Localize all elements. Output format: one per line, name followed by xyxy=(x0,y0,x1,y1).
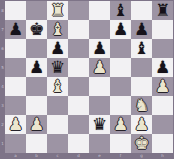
square-c4[interactable]: ♝ xyxy=(47,77,68,96)
file-label-a: a xyxy=(5,152,26,159)
square-e5[interactable]: ♟ xyxy=(89,58,110,77)
square-a4[interactable] xyxy=(5,77,26,96)
square-f5[interactable] xyxy=(110,58,131,77)
square-d8[interactable] xyxy=(68,1,89,20)
file-label-b: b xyxy=(26,152,47,159)
square-h1[interactable] xyxy=(152,134,173,153)
piece-white-pawn[interactable]: ♟ xyxy=(155,77,170,96)
square-f4[interactable] xyxy=(110,77,131,96)
square-a2[interactable]: ♟ xyxy=(5,115,26,134)
piece-black-bishop[interactable]: ♝ xyxy=(113,1,128,20)
square-c5[interactable]: ♛ xyxy=(47,58,68,77)
square-d1[interactable] xyxy=(68,134,89,153)
square-b8[interactable] xyxy=(26,1,47,20)
square-e4[interactable] xyxy=(89,77,110,96)
square-e1[interactable] xyxy=(89,134,110,153)
square-e6[interactable]: ♟ xyxy=(89,39,110,58)
square-b7[interactable]: ♚ xyxy=(26,20,47,39)
square-g6[interactable]: ♝ xyxy=(131,39,152,58)
file-label-h: h xyxy=(152,152,173,159)
square-b5[interactable]: ♟ xyxy=(26,58,47,77)
square-c1[interactable] xyxy=(47,134,68,153)
square-f8[interactable]: ♝ xyxy=(110,1,131,20)
square-g5[interactable] xyxy=(131,58,152,77)
square-h2[interactable] xyxy=(152,115,173,134)
square-b1[interactable] xyxy=(26,134,47,153)
square-d7[interactable] xyxy=(68,20,89,39)
square-h8[interactable]: ♜ xyxy=(152,1,173,20)
square-a8[interactable] xyxy=(5,1,26,20)
square-e8[interactable] xyxy=(89,1,110,20)
square-a3[interactable] xyxy=(5,96,26,115)
piece-white-pawn[interactable]: ♟ xyxy=(92,58,107,77)
square-f7[interactable]: ♟ xyxy=(110,20,131,39)
square-a7[interactable]: ♟ xyxy=(5,20,26,39)
square-d5[interactable] xyxy=(68,58,89,77)
piece-black-pawn[interactable]: ♟ xyxy=(8,20,23,39)
square-f6[interactable] xyxy=(110,39,131,58)
piece-black-pawn[interactable]: ♟ xyxy=(29,58,44,77)
square-e7[interactable] xyxy=(89,20,110,39)
square-g7[interactable]: ♟ xyxy=(131,20,152,39)
square-c7[interactable]: ♝ xyxy=(47,20,68,39)
square-b4[interactable] xyxy=(26,77,47,96)
piece-black-queen[interactable]: ♛ xyxy=(92,115,107,134)
piece-black-king[interactable]: ♚ xyxy=(29,20,44,39)
square-b3[interactable] xyxy=(26,96,47,115)
piece-black-rook[interactable]: ♜ xyxy=(155,1,170,20)
piece-white-bishop[interactable]: ♝ xyxy=(50,20,65,39)
square-h7[interactable] xyxy=(152,20,173,39)
square-g8[interactable] xyxy=(131,1,152,20)
chess-board: ♜♝♜♟♚♝♟♟♟♟♝♟♛♟♟♝♟♞♟♟♛♟♟♚ xyxy=(5,1,173,153)
piece-black-queen[interactable]: ♛ xyxy=(50,58,65,77)
chess-board-window: 87654321 ♜♝♜♟♚♝♟♟♟♟♝♟♛♟♟♝♟♞♟♟♛♟♟♚ abcdef… xyxy=(0,0,174,159)
square-g1[interactable]: ♚ xyxy=(131,134,152,153)
piece-black-pawn[interactable]: ♟ xyxy=(50,39,65,58)
file-label-c: c xyxy=(47,152,68,159)
square-e3[interactable] xyxy=(89,96,110,115)
piece-black-pawn[interactable]: ♟ xyxy=(113,20,128,39)
square-h5[interactable]: ♟ xyxy=(152,58,173,77)
piece-black-bishop[interactable]: ♝ xyxy=(134,39,149,58)
square-a1[interactable] xyxy=(5,134,26,153)
square-d6[interactable] xyxy=(68,39,89,58)
piece-white-pawn[interactable]: ♟ xyxy=(134,115,149,134)
piece-black-pawn[interactable]: ♟ xyxy=(155,58,170,77)
square-h6[interactable] xyxy=(152,39,173,58)
square-c3[interactable] xyxy=(47,96,68,115)
square-c6[interactable]: ♟ xyxy=(47,39,68,58)
piece-black-pawn[interactable]: ♟ xyxy=(92,39,107,58)
piece-white-bishop[interactable]: ♝ xyxy=(50,77,65,96)
square-d3[interactable] xyxy=(68,96,89,115)
piece-white-pawn[interactable]: ♟ xyxy=(8,115,23,134)
square-b2[interactable]: ♟ xyxy=(26,115,47,134)
square-f2[interactable]: ♟ xyxy=(110,115,131,134)
square-g4[interactable] xyxy=(131,77,152,96)
square-d2[interactable] xyxy=(68,115,89,134)
file-label-g: g xyxy=(131,152,152,159)
square-c8[interactable]: ♜ xyxy=(47,1,68,20)
square-g2[interactable]: ♟ xyxy=(131,115,152,134)
piece-white-knight[interactable]: ♞ xyxy=(134,96,149,115)
piece-white-king[interactable]: ♚ xyxy=(134,134,149,153)
piece-white-rook[interactable]: ♜ xyxy=(50,1,65,20)
file-label-f: f xyxy=(110,152,131,159)
file-label-e: e xyxy=(89,152,110,159)
square-a5[interactable] xyxy=(5,58,26,77)
square-d4[interactable] xyxy=(68,77,89,96)
piece-black-pawn[interactable]: ♟ xyxy=(134,20,149,39)
square-e2[interactable]: ♛ xyxy=(89,115,110,134)
square-h4[interactable]: ♟ xyxy=(152,77,173,96)
square-b6[interactable] xyxy=(26,39,47,58)
square-g3[interactable]: ♞ xyxy=(131,96,152,115)
piece-white-pawn[interactable]: ♟ xyxy=(113,115,128,134)
square-f1[interactable] xyxy=(110,134,131,153)
file-label-d: d xyxy=(68,152,89,159)
square-h3[interactable] xyxy=(152,96,173,115)
file-labels: abcdefgh xyxy=(5,152,173,159)
piece-white-pawn[interactable]: ♟ xyxy=(29,115,44,134)
square-c2[interactable] xyxy=(47,115,68,134)
square-a6[interactable] xyxy=(5,39,26,58)
square-f3[interactable] xyxy=(110,96,131,115)
